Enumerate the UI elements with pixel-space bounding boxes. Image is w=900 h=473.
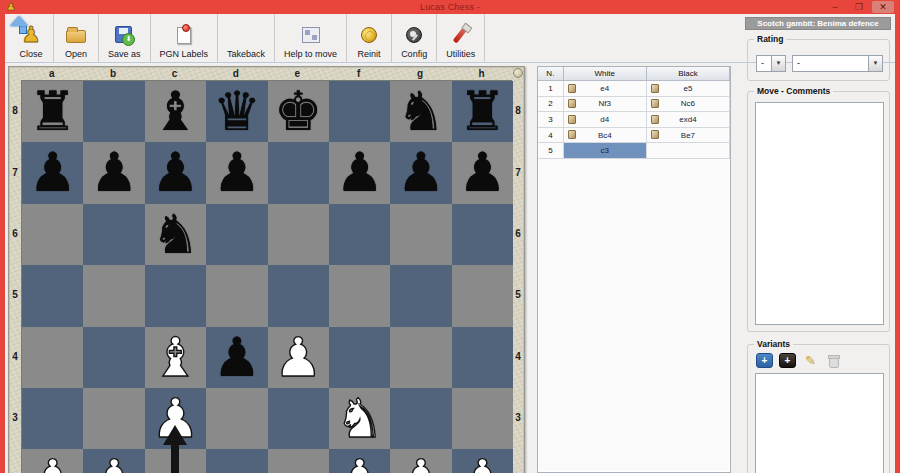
piece-white-pawn: ♟	[452, 449, 513, 473]
tools-icon	[448, 23, 474, 47]
file-label-c: c	[144, 67, 205, 80]
moves-table-body: 1e4e52Nf3Nc63d4exd44Bc4Be75c3	[538, 81, 730, 159]
square-f5[interactable]	[329, 265, 390, 326]
piece-black-rook: ♜	[22, 81, 83, 142]
piece-black-bishop: ♝	[145, 81, 206, 142]
square-e2[interactable]	[268, 449, 329, 473]
config-button[interactable]: Config	[392, 14, 437, 62]
maximize-button[interactable]: ❐	[848, 1, 870, 13]
move-text: Nc6	[681, 99, 695, 108]
window-title: Lucas Chess -	[0, 2, 900, 12]
move-cell-black-4[interactable]: Be7	[647, 128, 730, 144]
move-cell-white-5[interactable]: c3	[564, 143, 647, 159]
square-e4[interactable]: ♟	[268, 327, 329, 388]
square-f3[interactable]: ♞	[329, 388, 390, 449]
square-c7[interactable]: ♟	[145, 142, 206, 203]
window-border-left	[0, 14, 5, 473]
piece-black-pawn: ♟	[145, 142, 206, 203]
piece-black-pawn: ♟	[390, 142, 451, 203]
chevron-down-icon: ▼	[771, 56, 785, 71]
rank-label-5-right: 5	[512, 264, 524, 325]
square-b6[interactable]	[83, 204, 144, 265]
square-h2[interactable]: ♟	[452, 449, 513, 473]
square-f8[interactable]	[329, 81, 390, 142]
piece-black-pawn: ♟	[329, 142, 390, 203]
opening-book-icon	[568, 84, 576, 93]
move-text: exd4	[679, 115, 696, 124]
square-e3[interactable]	[268, 388, 329, 449]
file-letters: abcdefgh	[21, 67, 512, 80]
rank-label-7-left: 7	[9, 141, 21, 202]
move-number: 1	[538, 81, 564, 97]
app-pawn-icon: ♟	[6, 1, 16, 13]
square-b5[interactable]	[83, 265, 144, 326]
gauge-icon	[401, 23, 427, 47]
opening-book-icon	[651, 130, 659, 139]
move-cell-white-4[interactable]: Bc4	[564, 128, 647, 144]
moves-table-header: N.WhiteBlack	[538, 67, 730, 81]
move-cell-black-3[interactable]: exd4	[647, 112, 730, 128]
rank-label-5-left: 5	[9, 264, 21, 325]
window-border-right	[895, 14, 900, 473]
move-text: d4	[600, 115, 609, 124]
rating-groupbox: Rating - ▼ - ▼	[747, 39, 890, 81]
piece-black-queen: ♛	[206, 81, 267, 142]
piece-black-king: ♚	[268, 81, 329, 142]
file-label-d: d	[205, 67, 266, 80]
rank-label-3-right: 3	[512, 387, 524, 448]
square-h4[interactable]	[452, 327, 513, 388]
rank-label-7-right: 7	[512, 141, 524, 202]
variants-list[interactable]	[755, 373, 884, 473]
variants-toolbar: + + ✎	[756, 353, 842, 368]
square-b7[interactable]: ♟	[83, 142, 144, 203]
variants-label: Variants	[754, 339, 793, 349]
rank-label-4-right: 4	[512, 326, 524, 387]
rating-long-select[interactable]: - ▼	[792, 55, 883, 72]
square-a5[interactable]	[22, 265, 83, 326]
add-variant-button[interactable]: +	[756, 353, 773, 368]
piece-black-rook: ♜	[452, 81, 513, 142]
frame-screw-icon	[513, 68, 523, 78]
rank-label-3-left: 3	[9, 387, 21, 448]
move-row-5: 5c3	[538, 143, 730, 159]
rank-label-6-right: 6	[512, 203, 524, 264]
minimize-button[interactable]: –	[824, 1, 846, 13]
close-window-button[interactable]: ✕	[872, 1, 894, 13]
move-cell-white-3[interactable]: d4	[564, 112, 647, 128]
help-board-icon	[298, 23, 324, 47]
save-as-button[interactable]: Save as	[99, 14, 151, 62]
opening-book-icon	[568, 115, 576, 124]
folder-icon	[63, 23, 89, 47]
square-f2[interactable]: ♟	[329, 449, 390, 473]
square-e7[interactable]	[268, 142, 329, 203]
opening-book-icon	[568, 99, 576, 108]
square-b2[interactable]: ♟	[83, 449, 144, 473]
square-h7[interactable]: ♟	[452, 142, 513, 203]
edit-variant-button[interactable]: ✎	[802, 353, 819, 368]
file-label-a: a	[21, 67, 82, 80]
square-f4[interactable]	[329, 327, 390, 388]
rating-label: Rating	[754, 34, 786, 44]
file-label-h: h	[451, 67, 512, 80]
square-a2[interactable]: ♟	[22, 449, 83, 473]
square-f7[interactable]: ♟	[329, 142, 390, 203]
rank-label-8-left: 8	[9, 80, 21, 141]
square-e5[interactable]	[268, 265, 329, 326]
piece-black-knight: ♞	[390, 81, 451, 142]
square-h6[interactable]	[452, 204, 513, 265]
rank-label-4-left: 4	[9, 326, 21, 387]
piece-black-pawn: ♟	[22, 142, 83, 203]
square-g2[interactable]: ♟	[390, 449, 451, 473]
move-cell-black-1[interactable]: e5	[647, 81, 730, 97]
piece-white-pawn: ♟	[390, 449, 451, 473]
piece-black-pawn: ♟	[206, 327, 267, 388]
rank-label-2-right: 2	[512, 448, 524, 473]
square-g4[interactable]	[390, 327, 451, 388]
move-number: 2	[538, 97, 564, 113]
square-d7[interactable]: ♟	[206, 142, 267, 203]
rank-label-8-right: 8	[512, 80, 524, 141]
move-number: 5	[538, 143, 564, 159]
delete-variant-button[interactable]	[825, 353, 842, 368]
move-row-3: 3d4exd4	[538, 112, 730, 128]
square-a8[interactable]: ♜	[22, 81, 83, 142]
square-a7[interactable]: ♟	[22, 142, 83, 203]
chess-board-frame: abcdefgh 87654321 87654321 ♜♝♛♚♞♜♟♟♟♟♟♟♟…	[8, 66, 525, 473]
move-text: Nf3	[599, 99, 611, 108]
file-label-b: b	[82, 67, 143, 80]
square-d2[interactable]	[206, 449, 267, 473]
move-cell-black-5[interactable]	[647, 143, 730, 159]
piece-black-pawn: ♟	[206, 142, 267, 203]
moves-header-white: White	[564, 67, 647, 81]
move-text: e5	[683, 84, 692, 93]
chess-board: ♜♝♛♚♞♜♟♟♟♟♟♟♟♞♝♟♟♟♞♟♟♟♟♟♜♞♝♛♚♜	[21, 80, 512, 473]
square-b3[interactable]	[83, 388, 144, 449]
square-d8[interactable]: ♛	[206, 81, 267, 142]
window-controls: – ❐ ✕	[824, 0, 894, 14]
pinned-page-icon	[171, 23, 197, 47]
opening-book-icon	[651, 84, 659, 93]
rank-label-2-left: 2	[9, 448, 21, 473]
square-a4[interactable]	[22, 327, 83, 388]
move-number: 4	[538, 128, 564, 144]
square-g6[interactable]	[390, 204, 451, 265]
square-d6[interactable]	[206, 204, 267, 265]
square-g3[interactable]	[390, 388, 451, 449]
square-c4[interactable]: ♝	[145, 327, 206, 388]
title-bar: ♟ Lucas Chess -	[0, 0, 900, 14]
move-row-1: 1e4e5	[538, 81, 730, 97]
takeback-button[interactable]: Takeback	[218, 14, 275, 62]
file-label-g: g	[389, 67, 450, 80]
square-h8[interactable]: ♜	[452, 81, 513, 142]
rank-label-6-left: 6	[9, 203, 21, 264]
open-button[interactable]: Open	[54, 14, 99, 62]
move-cell-white-2[interactable]: Nf3	[564, 97, 647, 113]
move-cell-white-1[interactable]: e4	[564, 81, 647, 97]
rank-numbers-right: 87654321	[512, 80, 524, 473]
moves-panel: N.WhiteBlack 1e4e52Nf3Nc63d4exd44Bc4Be75…	[537, 66, 731, 473]
square-d3[interactable]	[206, 388, 267, 449]
move-row-4: 4Bc4Be7	[538, 128, 730, 144]
piece-white-pawn: ♟	[22, 449, 83, 473]
variants-groupbox: Variants + + ✎	[747, 344, 890, 473]
square-c8[interactable]: ♝	[145, 81, 206, 142]
rank-numbers-left: 87654321	[9, 80, 21, 473]
square-a3[interactable]	[22, 388, 83, 449]
piece-black-pawn: ♟	[83, 142, 144, 203]
square-g5[interactable]	[390, 265, 451, 326]
rating-short-select[interactable]: - ▼	[756, 55, 786, 72]
move-text: Be7	[681, 131, 695, 140]
file-label-f: f	[328, 67, 389, 80]
move-row-2: 2Nf3Nc6	[538, 97, 730, 113]
help-to-move-button[interactable]: Help to move	[275, 14, 347, 62]
coin-icon	[356, 23, 382, 47]
piece-white-pawn: ♟	[268, 327, 329, 388]
chevron-down-icon: ▼	[868, 56, 882, 71]
moves-header-n: N.	[538, 67, 564, 81]
piece-white-bishop: ♝	[145, 327, 206, 388]
square-h5[interactable]	[452, 265, 513, 326]
square-g8[interactable]: ♞	[390, 81, 451, 142]
square-e8[interactable]: ♚	[268, 81, 329, 142]
move-number: 3	[538, 112, 564, 128]
floppy-disk-icon	[111, 23, 137, 47]
add-variant-alt-button[interactable]: +	[779, 353, 796, 368]
piece-white-pawn: ♟	[329, 449, 390, 473]
piece-white-pawn: ♟	[83, 449, 144, 473]
move-comments-groupbox: Move - Comments	[747, 91, 890, 332]
square-h3[interactable]	[452, 388, 513, 449]
square-c5[interactable]	[145, 265, 206, 326]
move-comments-textarea[interactable]	[755, 102, 884, 325]
opening-book-icon	[568, 130, 576, 139]
square-e6[interactable]	[268, 204, 329, 265]
square-c6[interactable]: ♞	[145, 204, 206, 265]
square-f6[interactable]	[329, 204, 390, 265]
pgn-labels-button[interactable]: PGN Labels	[151, 14, 219, 62]
square-b4[interactable]	[83, 327, 144, 388]
move-text: c3	[601, 146, 609, 155]
utilities-button[interactable]: Utilities	[437, 14, 485, 62]
square-a6[interactable]	[22, 204, 83, 265]
opening-name-badge: Scotch gambit: Benima defence	[745, 17, 891, 30]
up-arrow-icon	[10, 16, 36, 40]
square-d5[interactable]	[206, 265, 267, 326]
opening-book-icon	[651, 99, 659, 108]
move-comments-label: Move - Comments	[754, 86, 833, 96]
move-text: e4	[600, 84, 609, 93]
piece-black-knight: ♞	[145, 204, 206, 265]
opening-book-icon	[651, 115, 659, 124]
square-b8[interactable]	[83, 81, 144, 142]
square-d4[interactable]: ♟	[206, 327, 267, 388]
square-g7[interactable]: ♟	[390, 142, 451, 203]
move-text: Bc4	[598, 131, 612, 140]
piece-white-knight: ♞	[329, 388, 390, 449]
reinit-button[interactable]: Reinit	[347, 14, 392, 62]
file-label-e: e	[267, 67, 328, 80]
moves-header-black: Black	[647, 67, 730, 81]
piece-black-pawn: ♟	[452, 142, 513, 203]
move-cell-black-2[interactable]: Nc6	[647, 97, 730, 113]
